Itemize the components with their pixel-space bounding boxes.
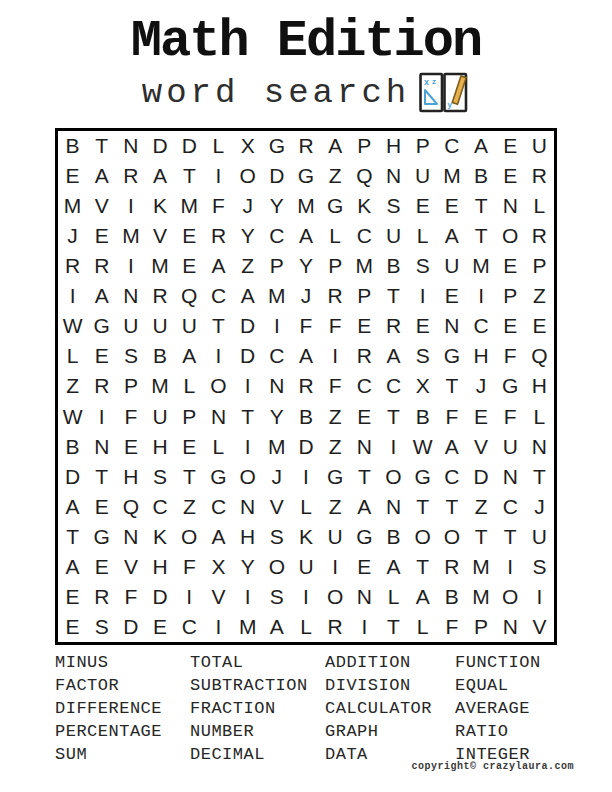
grid-cell-r8c14[interactable]: G	[437, 341, 466, 371]
grid-cell-r7c2[interactable]: G	[87, 311, 116, 341]
grid-cell-r13c6[interactable]: C	[204, 492, 233, 522]
grid-cell-r16c10[interactable]: O	[321, 582, 350, 612]
grid-cell-r1c2[interactable]: T	[87, 131, 116, 161]
grid-cell-r17c8[interactable]: A	[262, 612, 291, 642]
grid-cell-r1c11[interactable]: P	[350, 131, 379, 161]
grid-cell-r9c12[interactable]: C	[379, 371, 408, 401]
grid-cell-r8c1[interactable]: L	[58, 341, 87, 371]
grid-cell-r17c11[interactable]: I	[350, 612, 379, 642]
grid-cell-r16c17[interactable]: I	[525, 582, 554, 612]
grid-cell-r13c11[interactable]: A	[350, 492, 379, 522]
grid-cell-r16c15[interactable]: M	[466, 582, 495, 612]
grid-cell-r2c11[interactable]: Q	[350, 161, 379, 191]
grid-cell-r4c13[interactable]: L	[408, 221, 437, 251]
grid-cell-r17c15[interactable]: P	[466, 612, 495, 642]
grid-cell-r2c12[interactable]: N	[379, 161, 408, 191]
grid-cell-r14c16[interactable]: T	[496, 522, 525, 552]
grid-cell-r5c16[interactable]: E	[496, 251, 525, 281]
grid-cell-r8c17[interactable]: Q	[525, 341, 554, 371]
grid-cell-r11c16[interactable]: U	[496, 432, 525, 462]
grid-cell-r15c11[interactable]: E	[350, 552, 379, 582]
grid-cell-r10c5[interactable]: P	[175, 402, 204, 432]
grid-cell-r7c14[interactable]: N	[437, 311, 466, 341]
grid-cell-r8c4[interactable]: B	[146, 341, 175, 371]
word-item-sum: SUM	[55, 743, 190, 766]
grid-cell-r11c17[interactable]: N	[525, 432, 554, 462]
grid-cell-r10c16[interactable]: F	[496, 402, 525, 432]
grid-cell-r5c6[interactable]: A	[204, 251, 233, 281]
grid-cell-r8c5[interactable]: A	[175, 341, 204, 371]
subtitle-row: word search x z y	[0, 70, 612, 116]
grid-cell-r3c11[interactable]: K	[350, 191, 379, 221]
grid-cell-r10c11[interactable]: E	[350, 402, 379, 432]
grid-cell-r14c6[interactable]: A	[204, 522, 233, 552]
grid-cell-r5c2[interactable]: R	[87, 251, 116, 281]
grid-cell-r14c3[interactable]: N	[116, 522, 145, 552]
grid-cell-r10c10[interactable]: Z	[321, 402, 350, 432]
grid-cell-r11c5[interactable]: E	[175, 432, 204, 462]
grid-cell-r1c12[interactable]: H	[379, 131, 408, 161]
grid-cell-r4c14[interactable]: A	[437, 221, 466, 251]
grid-cell-r13c14[interactable]: T	[437, 492, 466, 522]
grid-cell-r4c7[interactable]: Y	[233, 221, 262, 251]
grid-cell-r14c17[interactable]: U	[525, 522, 554, 552]
grid-cell-r5c12[interactable]: B	[379, 251, 408, 281]
grid-cell-r4c9[interactable]: A	[291, 221, 320, 251]
grid-cell-r8c6[interactable]: I	[204, 341, 233, 371]
grid-cell-r13c7[interactable]: N	[233, 492, 262, 522]
grid-cell-r9c5[interactable]: L	[175, 371, 204, 401]
grid-cell-r16c1[interactable]: E	[58, 582, 87, 612]
grid-cell-r14c7[interactable]: H	[233, 522, 262, 552]
grid-cell-r9c6[interactable]: O	[204, 371, 233, 401]
grid-cell-r6c10[interactable]: R	[321, 281, 350, 311]
grid-cell-r7c11[interactable]: E	[350, 311, 379, 341]
grid-cell-r17c17[interactable]: V	[525, 612, 554, 642]
grid-cell-r9c11[interactable]: C	[350, 371, 379, 401]
grid-cell-r17c4[interactable]: E	[146, 612, 175, 642]
grid-cell-r13c17[interactable]: J	[525, 492, 554, 522]
grid-cell-r15c6[interactable]: X	[204, 552, 233, 582]
grid-cell-r9c2[interactable]: R	[87, 371, 116, 401]
grid-cell-r5c15[interactable]: M	[466, 251, 495, 281]
grid-cell-r7c1[interactable]: W	[58, 311, 87, 341]
page-title: Math Edition	[0, 0, 612, 68]
grid-cell-r11c11[interactable]: N	[350, 432, 379, 462]
grid-cell-r8c9[interactable]: A	[291, 341, 320, 371]
grid-cell-r6c5[interactable]: Q	[175, 281, 204, 311]
grid-cell-r2c10[interactable]: Z	[321, 161, 350, 191]
grid-cell-r10c4[interactable]: U	[146, 402, 175, 432]
grid-cell-r10c14[interactable]: F	[437, 402, 466, 432]
grid-cell-r8c16[interactable]: F	[496, 341, 525, 371]
grid-cell-r10c8[interactable]: Y	[262, 402, 291, 432]
grid-cell-r1c4[interactable]: D	[146, 131, 175, 161]
grid-cell-r16c16[interactable]: O	[496, 582, 525, 612]
grid-cell-r7c7[interactable]: D	[233, 311, 262, 341]
grid-cell-r12c9[interactable]: I	[291, 462, 320, 492]
grid-cell-r2c14[interactable]: M	[437, 161, 466, 191]
grid-cell-r16c11[interactable]: N	[350, 582, 379, 612]
grid-cell-r4c10[interactable]: L	[321, 221, 350, 251]
grid-cell-r12c12[interactable]: O	[379, 462, 408, 492]
grid-cell-r11c3[interactable]: E	[116, 432, 145, 462]
grid-cell-r16c2[interactable]: R	[87, 582, 116, 612]
grid-cell-r3c13[interactable]: E	[408, 191, 437, 221]
grid-cell-r9c8[interactable]: N	[262, 371, 291, 401]
grid-cell-r6c17[interactable]: Z	[525, 281, 554, 311]
grid-cell-r13c1[interactable]: A	[58, 492, 87, 522]
grid-cell-r1c17[interactable]: U	[525, 131, 554, 161]
grid-cell-r14c9[interactable]: K	[291, 522, 320, 552]
grid-cell-r13c13[interactable]: T	[408, 492, 437, 522]
grid-cell-r3c4[interactable]: K	[146, 191, 175, 221]
grid-cell-r7c16[interactable]: E	[496, 311, 525, 341]
grid-cell-r2c15[interactable]: B	[466, 161, 495, 191]
grid-cell-r9c4[interactable]: M	[146, 371, 175, 401]
grid-cell-r10c13[interactable]: B	[408, 402, 437, 432]
grid-cell-r5c11[interactable]: M	[350, 251, 379, 281]
grid-cell-r8c10[interactable]: I	[321, 341, 350, 371]
grid-cell-r16c12[interactable]: L	[379, 582, 408, 612]
grid-cell-r3c10[interactable]: G	[321, 191, 350, 221]
grid-cell-r6c7[interactable]: A	[233, 281, 262, 311]
grid-cell-r6c14[interactable]: E	[437, 281, 466, 311]
grid-cell-r16c8[interactable]: S	[262, 582, 291, 612]
grid-cell-r2c8[interactable]: D	[262, 161, 291, 191]
grid-cell-r4c12[interactable]: U	[379, 221, 408, 251]
grid-cell-r6c15[interactable]: I	[466, 281, 495, 311]
grid-cell-r4c5[interactable]: E	[175, 221, 204, 251]
grid-cell-r11c13[interactable]: W	[408, 432, 437, 462]
grid-cell-r15c4[interactable]: H	[146, 552, 175, 582]
grid-cell-r14c15[interactable]: T	[466, 522, 495, 552]
grid-cell-r16c13[interactable]: A	[408, 582, 437, 612]
grid-cell-r11c10[interactable]: Z	[321, 432, 350, 462]
grid-cell-r9c1[interactable]: Z	[58, 371, 87, 401]
grid-cell-r16c6[interactable]: V	[204, 582, 233, 612]
grid-cell-r12c1[interactable]: D	[58, 462, 87, 492]
grid-cell-r2c16[interactable]: E	[496, 161, 525, 191]
grid-cell-r12c16[interactable]: N	[496, 462, 525, 492]
grid-cell-r16c4[interactable]: D	[146, 582, 175, 612]
grid-cell-r6c1[interactable]: I	[58, 281, 87, 311]
grid-cell-r2c13[interactable]: U	[408, 161, 437, 191]
grid-cell-r6c4[interactable]: R	[146, 281, 175, 311]
grid-cell-r13c10[interactable]: Z	[321, 492, 350, 522]
grid-cell-r11c1[interactable]: B	[58, 432, 87, 462]
grid-cell-r13c16[interactable]: C	[496, 492, 525, 522]
grid-cell-r1c15[interactable]: A	[466, 131, 495, 161]
grid-cell-r7c17[interactable]: E	[525, 311, 554, 341]
word-item-addition: ADDITION	[325, 651, 455, 674]
grid-cell-r1c5[interactable]: D	[175, 131, 204, 161]
grid-cell-r12c2[interactable]: T	[87, 462, 116, 492]
grid-cell-r16c9[interactable]: I	[291, 582, 320, 612]
grid-cell-r10c2[interactable]: I	[87, 402, 116, 432]
grid-cell-r9c14[interactable]: T	[437, 371, 466, 401]
grid-cell-r3c12[interactable]: S	[379, 191, 408, 221]
grid-cell-r2c2[interactable]: A	[87, 161, 116, 191]
grid-cell-r3c17[interactable]: L	[525, 191, 554, 221]
grid-cell-r8c12[interactable]: A	[379, 341, 408, 371]
grid-cell-r15c15[interactable]: M	[466, 552, 495, 582]
grid-cell-r9c15[interactable]: J	[466, 371, 495, 401]
grid-cell-r9c10[interactable]: F	[321, 371, 350, 401]
grid-cell-r13c5[interactable]: Z	[175, 492, 204, 522]
grid-cell-r6c13[interactable]: I	[408, 281, 437, 311]
grid-cell-r5c8[interactable]: P	[262, 251, 291, 281]
grid-cell-r14c11[interactable]: G	[350, 522, 379, 552]
grid-cell-r5c14[interactable]: U	[437, 251, 466, 281]
grid-cell-r17c2[interactable]: S	[87, 612, 116, 642]
page-subtitle: word search	[142, 74, 410, 112]
grid-cell-r17c1[interactable]: E	[58, 612, 87, 642]
grid-cell-r13c8[interactable]: V	[262, 492, 291, 522]
grid-cell-r8c2[interactable]: E	[87, 341, 116, 371]
grid-cell-r15c5[interactable]: F	[175, 552, 204, 582]
grid-cell-r15c14[interactable]: R	[437, 552, 466, 582]
grid-cell-r2c6[interactable]: I	[204, 161, 233, 191]
grid-cell-r5c7[interactable]: Z	[233, 251, 262, 281]
grid-cell-r6c16[interactable]: P	[496, 281, 525, 311]
grid-cell-r11c15[interactable]: V	[466, 432, 495, 462]
grid-cell-r9c13[interactable]: X	[408, 371, 437, 401]
grid-cell-r2c3[interactable]: R	[116, 161, 145, 191]
grid-cell-r17c16[interactable]: N	[496, 612, 525, 642]
grid-cell-r4c8[interactable]: C	[262, 221, 291, 251]
grid-cell-r3c16[interactable]: N	[496, 191, 525, 221]
grid-cell-r15c7[interactable]: Y	[233, 552, 262, 582]
grid-cell-r1c3[interactable]: N	[116, 131, 145, 161]
grid-cell-r17c5[interactable]: C	[175, 612, 204, 642]
grid-cell-r1c14[interactable]: C	[437, 131, 466, 161]
grid-cell-r9c9[interactable]: R	[291, 371, 320, 401]
grid-cell-r11c14[interactable]: A	[437, 432, 466, 462]
grid-cell-r15c8[interactable]: O	[262, 552, 291, 582]
grid-cell-r10c1[interactable]: W	[58, 402, 87, 432]
grid-cell-r2c9[interactable]: G	[291, 161, 320, 191]
grid-cell-r11c6[interactable]: L	[204, 432, 233, 462]
grid-cell-r10c7[interactable]: T	[233, 402, 262, 432]
grid-cell-r4c6[interactable]: R	[204, 221, 233, 251]
svg-text:x: x	[424, 77, 429, 87]
grid-cell-r11c4[interactable]: H	[146, 432, 175, 462]
grid-cell-r13c9[interactable]: L	[291, 492, 320, 522]
grid-cell-r1c13[interactable]: P	[408, 131, 437, 161]
grid-cell-r3c14[interactable]: E	[437, 191, 466, 221]
grid-cell-r7c6[interactable]: T	[204, 311, 233, 341]
grid-cell-r16c14[interactable]: B	[437, 582, 466, 612]
grid-cell-r16c7[interactable]: I	[233, 582, 262, 612]
grid-cell-r6c6[interactable]: C	[204, 281, 233, 311]
grid-cell-r15c12[interactable]: A	[379, 552, 408, 582]
grid-cell-r14c10[interactable]: U	[321, 522, 350, 552]
grid-cell-r17c10[interactable]: R	[321, 612, 350, 642]
grid-cell-r6c8[interactable]: M	[262, 281, 291, 311]
grid-cell-r17c13[interactable]: L	[408, 612, 437, 642]
grid-cell-r7c13[interactable]: E	[408, 311, 437, 341]
grid-cell-r9c7[interactable]: I	[233, 371, 262, 401]
grid-cell-r7c4[interactable]: U	[146, 311, 175, 341]
grid-cell-r3c9[interactable]: M	[291, 191, 320, 221]
grid-cell-r3c15[interactable]: T	[466, 191, 495, 221]
grid-cell-r6c9[interactable]: J	[291, 281, 320, 311]
grid-cell-r3c3[interactable]: I	[116, 191, 145, 221]
grid-cell-r12c7[interactable]: O	[233, 462, 262, 492]
grid-cell-r8c7[interactable]: D	[233, 341, 262, 371]
grid-cell-r10c6[interactable]: N	[204, 402, 233, 432]
grid-cell-r3c1[interactable]: M	[58, 191, 87, 221]
grid-cell-r17c9[interactable]: L	[291, 612, 320, 642]
grid-cell-r12c5[interactable]: T	[175, 462, 204, 492]
grid-cell-r12c14[interactable]: C	[437, 462, 466, 492]
grid-cell-r10c3[interactable]: F	[116, 402, 145, 432]
copyright-text: copyright© crazylaura.com	[411, 761, 574, 772]
grid-cell-r4c3[interactable]: M	[116, 221, 145, 251]
grid-cell-r1c6[interactable]: L	[204, 131, 233, 161]
grid-cell-r10c12[interactable]: T	[379, 402, 408, 432]
grid-cell-r2c17[interactable]: R	[525, 161, 554, 191]
grid-cell-r15c16[interactable]: I	[496, 552, 525, 582]
word-item-fraction: FRACTION	[190, 697, 325, 720]
grid-cell-r1c10[interactable]: A	[321, 131, 350, 161]
grid-cell-r1c1[interactable]: B	[58, 131, 87, 161]
grid-cell-r2c7[interactable]: O	[233, 161, 262, 191]
grid-cell-r8c11[interactable]: R	[350, 341, 379, 371]
grid-cell-r10c15[interactable]: E	[466, 402, 495, 432]
word-item-function: FUNCTION	[455, 651, 560, 674]
grid-cell-r11c2[interactable]: N	[87, 432, 116, 462]
grid-cell-r7c15[interactable]: C	[466, 311, 495, 341]
grid-cell-r14c1[interactable]: T	[58, 522, 87, 552]
grid-cell-r15c10[interactable]: I	[321, 552, 350, 582]
grid-cell-r5c4[interactable]: M	[146, 251, 175, 281]
grid-cell-r12c4[interactable]: S	[146, 462, 175, 492]
grid-cell-r11c8[interactable]: M	[262, 432, 291, 462]
grid-cell-r12c11[interactable]: T	[350, 462, 379, 492]
grid-cell-r5c1[interactable]: R	[58, 251, 87, 281]
grid-cell-r2c4[interactable]: A	[146, 161, 175, 191]
grid-cell-r7c3[interactable]: U	[116, 311, 145, 341]
grid-cell-r14c13[interactable]: O	[408, 522, 437, 552]
word-list: MINUSFACTORDIFFERENCEPERCENTAGESUMTOTALS…	[55, 651, 560, 766]
grid-cell-r16c5[interactable]: I	[175, 582, 204, 612]
grid-cell-r10c9[interactable]: B	[291, 402, 320, 432]
grid-cell-r13c15[interactable]: Z	[466, 492, 495, 522]
grid-cell-r8c13[interactable]: S	[408, 341, 437, 371]
grid-cell-r4c1[interactable]: J	[58, 221, 87, 251]
grid-cell-r3c5[interactable]: M	[175, 191, 204, 221]
grid-cell-r4c4[interactable]: V	[146, 221, 175, 251]
grid-cell-r13c4[interactable]: C	[146, 492, 175, 522]
grid-cell-r5c17[interactable]: P	[525, 251, 554, 281]
grid-cell-r13c12[interactable]: N	[379, 492, 408, 522]
grid-cell-r6c3[interactable]: N	[116, 281, 145, 311]
grid-cell-r12c8[interactable]: J	[262, 462, 291, 492]
grid-cell-r7c12[interactable]: R	[379, 311, 408, 341]
grid-cell-r15c9[interactable]: U	[291, 552, 320, 582]
grid-cell-r14c8[interactable]: S	[262, 522, 291, 552]
grid-cell-r9c3[interactable]: P	[116, 371, 145, 401]
word-item-total: TOTAL	[190, 651, 325, 674]
grid-cell-r4c17[interactable]: R	[525, 221, 554, 251]
grid-cell-r1c16[interactable]: E	[496, 131, 525, 161]
grid-cell-r14c14[interactable]: O	[437, 522, 466, 552]
grid-cell-r1c9[interactable]: R	[291, 131, 320, 161]
grid-cell-r10c17[interactable]: L	[525, 402, 554, 432]
grid-cell-r2c1[interactable]: E	[58, 161, 87, 191]
grid-cell-r11c12[interactable]: I	[379, 432, 408, 462]
grid-cell-r17c14[interactable]: F	[437, 612, 466, 642]
grid-cell-r16c3[interactable]: F	[116, 582, 145, 612]
grid-cell-r13c3[interactable]: Q	[116, 492, 145, 522]
grid-cell-r15c13[interactable]: T	[408, 552, 437, 582]
grid-cell-r3c7[interactable]: J	[233, 191, 262, 221]
grid-cell-r9c17[interactable]: H	[525, 371, 554, 401]
grid-cell-r3c2[interactable]: V	[87, 191, 116, 221]
grid-cell-r17c12[interactable]: T	[379, 612, 408, 642]
grid-cell-r17c7[interactable]: M	[233, 612, 262, 642]
grid-cell-r8c8[interactable]: C	[262, 341, 291, 371]
grid-cell-r5c3[interactable]: I	[116, 251, 145, 281]
grid-cell-r7c10[interactable]: F	[321, 311, 350, 341]
grid-cell-r8c3[interactable]: S	[116, 341, 145, 371]
grid-cell-r14c5[interactable]: O	[175, 522, 204, 552]
grid-cell-r12c17[interactable]: T	[525, 462, 554, 492]
grid-cell-r12c10[interactable]: G	[321, 462, 350, 492]
grid-cell-r1c7[interactable]: X	[233, 131, 262, 161]
grid-cell-r12c13[interactable]: G	[408, 462, 437, 492]
grid-cell-r11c7[interactable]: I	[233, 432, 262, 462]
grid-cell-r12c15[interactable]: D	[466, 462, 495, 492]
grid-cell-r5c9[interactable]: Y	[291, 251, 320, 281]
grid-cell-r9c16[interactable]: G	[496, 371, 525, 401]
grid-cell-r5c10[interactable]: P	[321, 251, 350, 281]
grid-cell-r4c11[interactable]: C	[350, 221, 379, 251]
grid-cell-r14c4[interactable]: K	[146, 522, 175, 552]
grid-cell-r15c1[interactable]: A	[58, 552, 87, 582]
grid-cell-r7c8[interactable]: I	[262, 311, 291, 341]
grid-cell-r7c5[interactable]: U	[175, 311, 204, 341]
grid-cell-r2c5[interactable]: T	[175, 161, 204, 191]
grid-cell-r6c2[interactable]: A	[87, 281, 116, 311]
grid-cell-r11c9[interactable]: D	[291, 432, 320, 462]
grid-cell-r14c12[interactable]: B	[379, 522, 408, 552]
grid-cell-r8c15[interactable]: H	[466, 341, 495, 371]
grid-cell-r15c2[interactable]: E	[87, 552, 116, 582]
grid-cell-r3c8[interactable]: Y	[262, 191, 291, 221]
grid-cell-r15c17[interactable]: S	[525, 552, 554, 582]
grid-cell-r12c6[interactable]: G	[204, 462, 233, 492]
grid-cell-r6c12[interactable]: T	[379, 281, 408, 311]
grid-cell-r1c8[interactable]: G	[262, 131, 291, 161]
grid-cell-r15c3[interactable]: V	[116, 552, 145, 582]
grid-cell-r4c16[interactable]: O	[496, 221, 525, 251]
grid-cell-r5c5[interactable]: E	[175, 251, 204, 281]
grid-cell-r5c13[interactable]: S	[408, 251, 437, 281]
grid-cell-r12c3[interactable]: H	[116, 462, 145, 492]
grid-cell-r7c9[interactable]: F	[291, 311, 320, 341]
grid-cell-r17c3[interactable]: D	[116, 612, 145, 642]
grid-cell-r6c11[interactable]: P	[350, 281, 379, 311]
grid-cell-r4c15[interactable]: T	[466, 221, 495, 251]
grid-cell-r17c6[interactable]: I	[204, 612, 233, 642]
grid-cell-r4c2[interactable]: E	[87, 221, 116, 251]
grid-cell-r3c6[interactable]: F	[204, 191, 233, 221]
grid-cell-r13c2[interactable]: E	[87, 492, 116, 522]
grid-cell-r14c2[interactable]: G	[87, 522, 116, 552]
